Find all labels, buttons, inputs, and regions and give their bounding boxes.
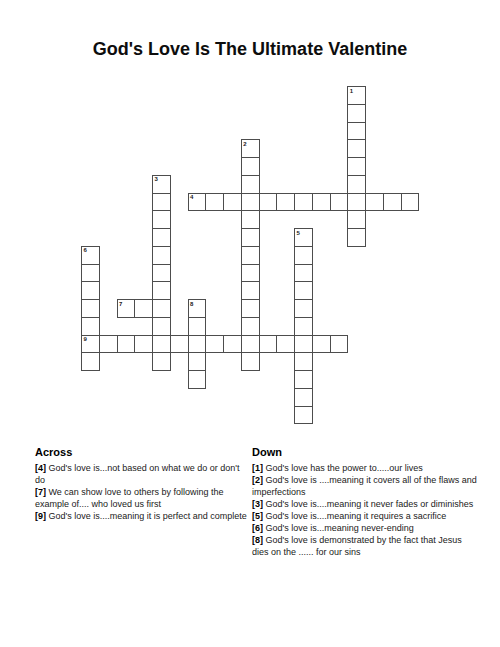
clue-text: God's love is ....meaning it covers all … [252, 475, 477, 497]
grid-cell-r6c12[interactable] [294, 193, 313, 212]
grid-cell-r7c9[interactable] [241, 210, 260, 229]
down-clue-list: [1] God's love has the power to.....our … [252, 462, 480, 558]
grid-cell-r10c9[interactable] [241, 264, 260, 283]
grid-cell-r1c15[interactable] [347, 104, 366, 123]
clue-number: [2] [252, 475, 263, 485]
across-clue-list: [4] God's love is...not based on what we… [35, 462, 251, 522]
grid-cell-r14c1[interactable] [99, 335, 118, 354]
grid-cell-r12c6[interactable]: 8 [188, 299, 207, 318]
down-clue-5: [5] God's love is....meaning it requires… [252, 510, 480, 522]
grid-cell-r13c0[interactable] [81, 317, 100, 336]
grid-cell-r0c15[interactable]: 1 [347, 86, 366, 105]
grid-cell-r5c9[interactable] [241, 175, 260, 194]
cell-number-5: 5 [297, 230, 300, 237]
grid-cell-r14c11[interactable] [276, 335, 295, 354]
grid-cell-r15c6[interactable] [188, 352, 207, 371]
clue-text: God's love is...meaning never-ending [263, 523, 414, 533]
grid-cell-r14c2[interactable] [117, 335, 136, 354]
clue-text: God's love is....meaning it never fades … [263, 499, 473, 509]
grid-cell-r10c0[interactable] [81, 264, 100, 283]
grid-cell-r8c12[interactable]: 5 [294, 228, 313, 247]
down-clues-section: Down [1] God's love has the power to....… [252, 446, 480, 558]
grid-cell-r6c14[interactable] [330, 193, 349, 212]
across-clues-section: Across [4] God's love is...not based on … [35, 446, 251, 522]
grid-cell-r6c10[interactable] [259, 193, 278, 212]
clue-number: [4] [35, 463, 46, 473]
grid-cell-r6c18[interactable] [401, 193, 420, 212]
across-clue-9: [9] God's love is....meaning it is perfe… [35, 510, 251, 522]
grid-cell-r14c10[interactable] [259, 335, 278, 354]
clue-text: God's love is....meaning it requires a s… [263, 511, 446, 521]
grid-cell-r11c4[interactable] [152, 281, 171, 300]
clue-text: We can show love to others by following … [35, 487, 223, 509]
grid-cell-r12c9[interactable] [241, 299, 260, 318]
cell-number-7: 7 [119, 301, 122, 308]
grid-cell-r14c0[interactable]: 9 [81, 335, 100, 354]
clue-text: God's love is demonstrated by the fact t… [252, 535, 462, 557]
grid-cell-r12c3[interactable] [134, 299, 153, 318]
grid-cell-r4c9[interactable] [241, 157, 260, 176]
down-clue-6: [6] God's love is...meaning never-ending [252, 522, 480, 534]
grid-cell-r6c7[interactable] [205, 193, 224, 212]
grid-cell-r13c9[interactable] [241, 317, 260, 336]
clue-text: God's love has the power to.....our live… [263, 463, 423, 473]
clue-text: God's love is....meaning it is perfect a… [46, 511, 247, 521]
grid-cell-r2c15[interactable] [347, 122, 366, 141]
grid-cell-r8c4[interactable] [152, 228, 171, 247]
cell-number-4: 4 [190, 194, 193, 201]
clue-number: [1] [252, 463, 263, 473]
grid-cell-r6c9[interactable] [241, 193, 260, 212]
grid-cell-r16c12[interactable] [294, 370, 313, 389]
grid-cell-r10c12[interactable] [294, 264, 313, 283]
clue-number: [9] [35, 511, 46, 521]
grid-cell-r11c9[interactable] [241, 281, 260, 300]
across-header: Across [35, 446, 251, 459]
down-clue-2: [2] God's love is ....meaning it covers … [252, 474, 480, 498]
grid-cell-r14c6[interactable] [188, 335, 207, 354]
grid-cell-r12c12[interactable] [294, 299, 313, 318]
grid-cell-r12c4[interactable] [152, 299, 171, 318]
grid-cell-r12c2[interactable]: 7 [117, 299, 136, 318]
cell-number-2: 2 [243, 141, 246, 148]
grid-cell-r7c15[interactable] [347, 210, 366, 229]
cell-number-8: 8 [190, 301, 193, 308]
grid-cell-r9c4[interactable] [152, 246, 171, 265]
grid-cell-r5c15[interactable] [347, 175, 366, 194]
clue-text: God's love is...not based on what we do … [35, 463, 240, 485]
grid-cell-r6c17[interactable] [383, 193, 402, 212]
grid-cell-r6c4[interactable] [152, 193, 171, 212]
grid-cell-r14c9[interactable] [241, 335, 260, 354]
grid-cell-r9c12[interactable] [294, 246, 313, 265]
across-clue-7: [7] We can show love to others by follow… [35, 486, 251, 510]
cell-number-3: 3 [155, 176, 158, 183]
grid-cell-r4c15[interactable] [347, 157, 366, 176]
grid-cell-r13c4[interactable] [152, 317, 171, 336]
grid-cell-r8c9[interactable] [241, 228, 260, 247]
grid-cell-r11c0[interactable] [81, 281, 100, 300]
clue-number: [7] [35, 487, 46, 497]
grid-cell-r14c14[interactable] [330, 335, 349, 354]
grid-cell-r14c12[interactable] [294, 335, 313, 354]
grid-cell-r15c0[interactable] [81, 352, 100, 371]
grid-cell-r14c8[interactable] [223, 335, 242, 354]
grid-cell-r14c4[interactable] [152, 335, 171, 354]
grid-cell-r15c4[interactable] [152, 352, 171, 371]
clue-number: [3] [252, 499, 263, 509]
grid-cell-r8c15[interactable] [347, 228, 366, 247]
across-clue-4: [4] God's love is...not based on what we… [35, 462, 251, 486]
grid-cell-r13c6[interactable] [188, 317, 207, 336]
grid-cell-r6c16[interactable] [365, 193, 384, 212]
grid-cell-r6c11[interactable] [276, 193, 295, 212]
grid-cell-r14c5[interactable] [170, 335, 189, 354]
grid-cell-r3c9[interactable]: 2 [241, 139, 260, 158]
page-title: God's Love Is The Ultimate Valentine [0, 39, 500, 60]
clue-number: [6] [252, 523, 263, 533]
grid-cell-r6c13[interactable] [312, 193, 331, 212]
down-clue-3: [3] God's love is....meaning it never fa… [252, 498, 480, 510]
grid-cell-r6c8[interactable] [223, 193, 242, 212]
grid-cell-r14c7[interactable] [205, 335, 224, 354]
grid-cell-r9c9[interactable] [241, 246, 260, 265]
grid-cell-r3c15[interactable] [347, 139, 366, 158]
grid-cell-r17c12[interactable] [294, 388, 313, 407]
cell-number-9: 9 [84, 336, 87, 343]
grid-cell-r7c4[interactable] [152, 210, 171, 229]
grid-cell-r11c12[interactable] [294, 281, 313, 300]
grid-cell-r10c4[interactable] [152, 264, 171, 283]
grid-cell-r12c0[interactable] [81, 299, 100, 318]
clue-number: [5] [252, 511, 263, 521]
cell-number-1: 1 [350, 88, 353, 95]
grid-cell-r18c12[interactable] [294, 406, 313, 425]
grid-cell-r9c0[interactable]: 6 [81, 246, 100, 265]
down-clue-1: [1] God's love has the power to.....our … [252, 462, 480, 474]
grid-cell-r14c13[interactable] [312, 335, 331, 354]
clue-number: [8] [252, 535, 263, 545]
cell-number-6: 6 [84, 247, 87, 254]
grid-cell-r5c4[interactable]: 3 [152, 175, 171, 194]
crossword-grid: 123456789 [81, 86, 420, 425]
grid-cell-r16c6[interactable] [188, 370, 207, 389]
down-header: Down [252, 446, 480, 459]
down-clue-8: [8] God's love is demonstrated by the fa… [252, 534, 480, 558]
grid-cell-r15c12[interactable] [294, 352, 313, 371]
grid-cell-r14c3[interactable] [134, 335, 153, 354]
grid-cell-r6c6[interactable]: 4 [188, 193, 207, 212]
grid-cell-r15c9[interactable] [241, 352, 260, 371]
grid-cell-r6c15[interactable] [347, 193, 366, 212]
grid-cell-r13c12[interactable] [294, 317, 313, 336]
